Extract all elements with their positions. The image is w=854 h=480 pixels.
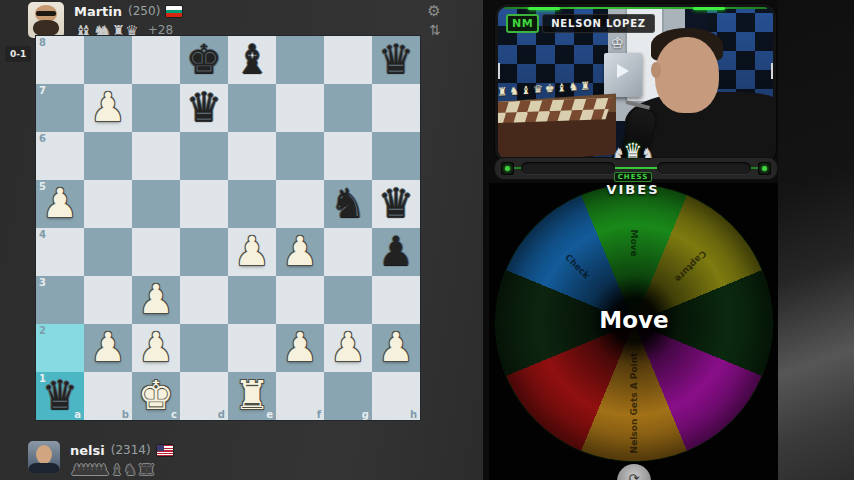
score-badge: 0-1 bbox=[5, 46, 31, 62]
rank-label: 3 bbox=[39, 277, 46, 288]
square-h4[interactable]: ♟ bbox=[372, 228, 420, 276]
file-label: h bbox=[410, 409, 417, 420]
black-queen: ♛ bbox=[372, 180, 420, 228]
player-name-top: Martin bbox=[74, 4, 122, 19]
rank-label: 2 bbox=[39, 325, 46, 336]
square-a7[interactable]: 7 bbox=[36, 84, 84, 132]
white-pawn: ♟ bbox=[276, 324, 324, 372]
material-advantage: +28 bbox=[148, 23, 173, 37]
wheel-center-label: Move bbox=[496, 307, 772, 333]
square-h7[interactable] bbox=[372, 84, 420, 132]
square-a2[interactable]: 2 bbox=[36, 324, 84, 372]
square-e4[interactable]: ♟ bbox=[228, 228, 276, 276]
black-king: ♚ bbox=[180, 36, 228, 84]
square-d2[interactable] bbox=[180, 324, 228, 372]
avatar-martin bbox=[28, 2, 64, 38]
black-queen: ♛ bbox=[36, 372, 84, 420]
square-a5[interactable]: 5♟ bbox=[36, 180, 84, 228]
square-g4[interactable] bbox=[324, 228, 372, 276]
black-knight: ♞ bbox=[324, 180, 372, 228]
chess-board: 8♚♝♛7♟♛65♟♞♛4♟♟♟3♟2♟♟♟♟♟1a♛bc♚de♜fgh bbox=[36, 36, 420, 420]
queen-icon: ♛ bbox=[624, 138, 643, 164]
captured-pieces-tray-bottom: ♟♟♟♟♟♟♟♝♞♜♜ bbox=[70, 460, 173, 478]
right-edge-backdrop bbox=[778, 0, 854, 480]
avatar-face bbox=[36, 445, 52, 464]
green-indicator-icon bbox=[502, 163, 513, 174]
wheel-segment-label: Capture bbox=[673, 249, 709, 285]
flip-board-icon[interactable]: ⇅ bbox=[426, 21, 444, 39]
streamer-ear bbox=[651, 62, 661, 78]
wheel-segment-label: Nelson Gets A Point bbox=[629, 353, 639, 454]
player-card-top: Martin (250) ♝♝♞♞♜♛ +28 bbox=[28, 2, 182, 39]
gear-icon[interactable]: ⚙ bbox=[425, 2, 443, 20]
square-c1[interactable]: c♚ bbox=[132, 372, 180, 420]
square-b4[interactable] bbox=[84, 228, 132, 276]
captured-bishop-icon: ♝ bbox=[110, 461, 123, 479]
white-pawn: ♟ bbox=[84, 324, 132, 372]
square-g7[interactable] bbox=[324, 84, 372, 132]
avatar-beard bbox=[33, 20, 59, 37]
square-h1[interactable]: h bbox=[372, 372, 420, 420]
square-g2[interactable]: ♟ bbox=[324, 324, 372, 372]
rank-label: 8 bbox=[39, 37, 46, 48]
black-pawn: ♟ bbox=[372, 228, 420, 276]
file-label: g bbox=[362, 409, 369, 420]
brand-vibes-label: VIBES bbox=[604, 182, 662, 197]
square-g5[interactable]: ♞ bbox=[324, 180, 372, 228]
brand-chess-label: CHESS bbox=[614, 172, 653, 182]
square-g6[interactable] bbox=[324, 132, 372, 180]
square-a6[interactable]: 6 bbox=[36, 132, 84, 180]
green-accent-segment bbox=[693, 7, 725, 10]
white-king: ♚ bbox=[132, 372, 180, 420]
square-b6[interactable] bbox=[84, 132, 132, 180]
square-h8[interactable]: ♛ bbox=[372, 36, 420, 84]
square-f6[interactable] bbox=[276, 132, 324, 180]
usa-flag-icon bbox=[157, 445, 173, 456]
square-c8[interactable] bbox=[132, 36, 180, 84]
square-g8[interactable] bbox=[324, 36, 372, 84]
black-queen: ♛ bbox=[180, 84, 228, 132]
square-e7[interactable] bbox=[228, 84, 276, 132]
square-c3[interactable]: ♟ bbox=[132, 276, 180, 324]
square-b8[interactable] bbox=[84, 36, 132, 84]
square-g1[interactable]: g bbox=[324, 372, 372, 420]
square-f7[interactable] bbox=[276, 84, 324, 132]
square-h6[interactable] bbox=[372, 132, 420, 180]
square-c7[interactable] bbox=[132, 84, 180, 132]
square-f5[interactable] bbox=[276, 180, 324, 228]
frame-tick bbox=[498, 63, 500, 79]
square-e3[interactable] bbox=[228, 276, 276, 324]
file-label: d bbox=[218, 409, 225, 420]
square-f3[interactable] bbox=[276, 276, 324, 324]
captured-rook-pair-icon: ♜♜ bbox=[137, 461, 156, 479]
black-bishop: ♝ bbox=[228, 36, 276, 84]
nm-title-badge: NM bbox=[506, 14, 539, 33]
square-d8[interactable]: ♚ bbox=[180, 36, 228, 84]
rank-label: 4 bbox=[39, 229, 46, 240]
square-c5[interactable] bbox=[132, 180, 180, 228]
chess-trophy-icon: ♔ bbox=[611, 34, 624, 52]
avatar-nelsi bbox=[28, 441, 60, 473]
white-pawn: ♟ bbox=[36, 180, 84, 228]
square-h5[interactable]: ♛ bbox=[372, 180, 420, 228]
knight-icon: ♞ bbox=[641, 140, 654, 166]
bulgaria-flag-icon bbox=[166, 6, 182, 17]
square-e1[interactable]: e♜ bbox=[228, 372, 276, 420]
captured-pawns-icon: ♟♟♟♟♟♟♟ bbox=[70, 461, 110, 479]
streamer-face bbox=[655, 37, 719, 113]
player-rating-bottom: (2314) bbox=[111, 443, 151, 457]
square-e6[interactable] bbox=[228, 132, 276, 180]
square-d4[interactable] bbox=[180, 228, 228, 276]
file-label: e bbox=[266, 409, 273, 420]
square-f4[interactable]: ♟ bbox=[276, 228, 324, 276]
square-e2[interactable] bbox=[228, 324, 276, 372]
square-c4[interactable] bbox=[132, 228, 180, 276]
rank-label: 1 bbox=[39, 373, 46, 384]
wheel-segment-label: Move bbox=[629, 229, 639, 256]
white-pawn: ♟ bbox=[276, 228, 324, 276]
square-h3[interactable] bbox=[372, 276, 420, 324]
player-name-bottom: nelsi bbox=[70, 443, 105, 458]
play-icon bbox=[617, 64, 629, 78]
rank-label: 6 bbox=[39, 133, 46, 144]
file-label: b bbox=[122, 409, 129, 420]
white-rook: ♜ bbox=[228, 372, 276, 420]
black-queen: ♛ bbox=[372, 36, 420, 84]
square-b1[interactable]: b bbox=[84, 372, 132, 420]
avatar-glasses bbox=[36, 11, 56, 16]
square-d1[interactable]: d bbox=[180, 372, 228, 420]
white-pawn: ♟ bbox=[84, 84, 132, 132]
white-pawn: ♟ bbox=[324, 324, 372, 372]
frame-tick bbox=[771, 63, 773, 79]
bar-pill-right bbox=[657, 162, 751, 174]
square-b7[interactable]: ♟ bbox=[84, 84, 132, 132]
streamer-name: NELSON LOPEZ bbox=[542, 14, 655, 33]
square-f8[interactable] bbox=[276, 36, 324, 84]
square-a8[interactable]: 8 bbox=[36, 36, 84, 84]
square-c6[interactable] bbox=[132, 132, 180, 180]
square-e5[interactable] bbox=[228, 180, 276, 228]
square-f2[interactable]: ♟ bbox=[276, 324, 324, 372]
square-c2[interactable]: ♟ bbox=[132, 324, 180, 372]
file-label: f bbox=[317, 409, 321, 420]
white-pawn: ♟ bbox=[132, 324, 180, 372]
square-d3[interactable] bbox=[180, 276, 228, 324]
file-label: a bbox=[74, 409, 81, 420]
white-pawn: ♟ bbox=[132, 276, 180, 324]
player-card-bottom: nelsi (2314) ♟♟♟♟♟♟♟♝♞♜♜ bbox=[28, 441, 173, 478]
rank-label: 5 bbox=[39, 181, 46, 192]
rank-label: 7 bbox=[39, 85, 46, 96]
square-b5[interactable] bbox=[84, 180, 132, 228]
wheel-panel: MoveCaptureNelson Gets A PointCheck Move… bbox=[489, 183, 778, 480]
knight-icon: ♞ bbox=[612, 140, 625, 166]
square-a1[interactable]: 1a♛ bbox=[36, 372, 84, 420]
chess-table: ♜♞♝♛♚♝♞♜ bbox=[495, 94, 616, 162]
green-indicator-icon bbox=[759, 163, 770, 174]
square-d6[interactable] bbox=[180, 132, 228, 180]
square-b3[interactable] bbox=[84, 276, 132, 324]
square-d5[interactable] bbox=[180, 180, 228, 228]
avatar-shirt bbox=[28, 463, 60, 473]
mini-chess-board bbox=[495, 98, 612, 123]
square-b2[interactable]: ♟ bbox=[84, 324, 132, 372]
app-root: Martin (250) ♝♝♞♞♜♛ +28 0-1 8♚♝♛7♟♛65♟♞♛… bbox=[0, 0, 854, 480]
square-a4[interactable]: 4 bbox=[36, 228, 84, 276]
square-a3[interactable]: 3 bbox=[36, 276, 84, 324]
white-pawn: ♟ bbox=[372, 324, 420, 372]
square-e8[interactable]: ♝ bbox=[228, 36, 276, 84]
square-h2[interactable]: ♟ bbox=[372, 324, 420, 372]
green-accent-segment bbox=[528, 7, 560, 10]
wheel-segment-label: Check bbox=[563, 252, 592, 281]
chess-vibes-logo: ♞♛♞ CHESS VIBES bbox=[604, 138, 662, 197]
white-pawn: ♟ bbox=[228, 228, 276, 276]
square-d7[interactable]: ♛ bbox=[180, 84, 228, 132]
file-label: c bbox=[171, 409, 177, 420]
square-f1[interactable]: f bbox=[276, 372, 324, 420]
captured-knight-icon: ♞ bbox=[124, 461, 137, 479]
bar-pill-left bbox=[521, 162, 615, 174]
spin-button[interactable]: ⟳ bbox=[617, 464, 651, 480]
player-rating-top: (250) bbox=[128, 4, 160, 18]
square-g3[interactable] bbox=[324, 276, 372, 324]
